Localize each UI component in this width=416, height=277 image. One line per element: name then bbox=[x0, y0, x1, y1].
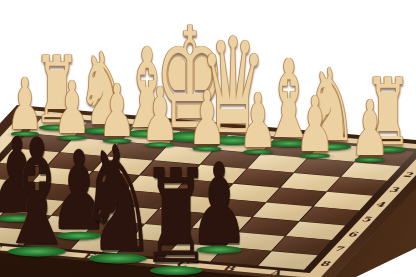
pawn-glyph: ♟ bbox=[296, 86, 334, 163]
chess-set-photo: HGFEDCBA12345678 ♜♞♝♚♛♝♞♜♟♟♟♟♟♟♟♟♟♟♟♝♞♜ bbox=[0, 0, 416, 277]
bishop-glyph: ♝ bbox=[0, 120, 76, 266]
pawn-glyph: ♟ bbox=[351, 90, 389, 167]
rook-glyph: ♜ bbox=[141, 153, 211, 277]
pieces-layer: ♜♞♝♚♛♝♞♜♟♟♟♟♟♟♟♟♟♟♟♝♞♜ bbox=[0, 0, 416, 277]
